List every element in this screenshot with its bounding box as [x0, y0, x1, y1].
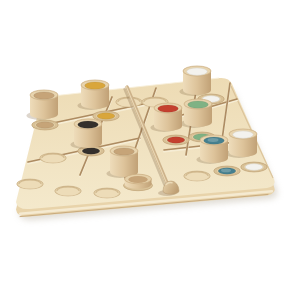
board-photo — [0, 0, 304, 304]
peg-yellow[interactable] — [78, 80, 110, 110]
peg-natural[interactable] — [107, 146, 139, 178]
peg-top-colour-red — [158, 105, 179, 112]
peg-top-colour-white — [233, 131, 254, 138]
recess-disc-red[interactable] — [163, 135, 189, 145]
recess-disc-natural[interactable] — [32, 120, 58, 130]
recess-empty[interactable] — [184, 171, 210, 181]
peg-black[interactable] — [71, 119, 103, 149]
recess-empty[interactable] — [40, 153, 66, 163]
peg-top-colour-natural — [34, 92, 55, 99]
recess-disc-teal[interactable] — [214, 166, 240, 176]
product-photo-wooden-tic-tac-toe — [0, 0, 304, 304]
recess-empty[interactable] — [55, 186, 81, 196]
peg-top-colour-yellow — [85, 82, 106, 89]
disc-colour-white — [245, 164, 263, 171]
peg-white[interactable] — [226, 129, 258, 158]
peg-top-colour-green — [188, 101, 209, 108]
disc-colour-red — [167, 137, 185, 144]
peg-top-colour-black — [78, 121, 99, 128]
peg-red[interactable] — [151, 103, 183, 132]
disc-colour-natural — [36, 122, 54, 129]
peg-natural[interactable] — [27, 90, 59, 120]
disc-piece-colour — [128, 176, 148, 183]
disc-texture — [221, 169, 231, 173]
recess-empty[interactable] — [94, 188, 120, 198]
peg-top-colour-white — [187, 68, 208, 75]
peg-top-colour-natural — [114, 148, 135, 155]
recess-disc-yellow[interactable] — [93, 111, 119, 121]
peg-white[interactable] — [180, 66, 212, 96]
disc-piece-natural[interactable] — [124, 174, 153, 191]
disc-colour-yellow — [97, 113, 115, 120]
peg-green[interactable] — [181, 99, 213, 128]
peg-teal[interactable] — [197, 135, 229, 164]
peg-top-texture — [208, 138, 219, 142]
recess-disc-white[interactable] — [241, 162, 267, 172]
recess-empty[interactable] — [17, 179, 43, 189]
